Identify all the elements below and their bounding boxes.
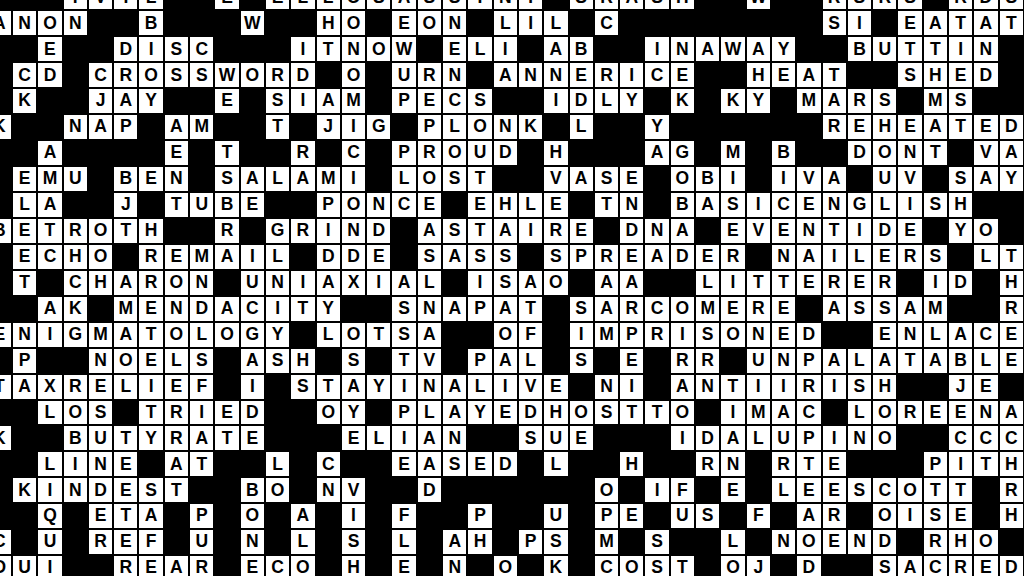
letter-cell[interactable]: J	[316, 114, 341, 140]
letter-cell[interactable]: I	[771, 374, 796, 400]
letter-cell[interactable]: O	[493, 555, 518, 576]
letter-cell[interactable]: A	[822, 296, 847, 322]
letter-cell[interactable]: Y	[366, 374, 391, 400]
letter-cell[interactable]: S	[164, 62, 189, 88]
letter-cell[interactable]: M	[746, 400, 771, 426]
letter-cell[interactable]: C	[391, 192, 416, 218]
letter-cell[interactable]: R	[417, 140, 442, 166]
letter-cell[interactable]: S	[341, 529, 366, 555]
letter-cell[interactable]: I	[138, 36, 163, 62]
letter-cell[interactable]: I	[746, 192, 771, 218]
letter-cell[interactable]: B	[214, 192, 239, 218]
letter-cell[interactable]: I	[493, 374, 518, 400]
letter-cell[interactable]: T	[796, 451, 821, 477]
letter-cell[interactable]: C	[594, 555, 619, 576]
letter-cell[interactable]: S	[88, 400, 113, 426]
letter-cell[interactable]: E	[417, 192, 442, 218]
letter-cell[interactable]: L	[164, 348, 189, 374]
letter-cell[interactable]: T	[37, 218, 62, 244]
letter-cell[interactable]: L	[847, 400, 872, 426]
letter-cell[interactable]: I	[290, 36, 315, 62]
letter-cell[interactable]: E	[948, 503, 973, 529]
letter-cell[interactable]: E	[771, 62, 796, 88]
letter-cell[interactable]: L	[973, 244, 998, 270]
letter-cell[interactable]: H	[923, 62, 948, 88]
letter-cell[interactable]: A	[316, 88, 341, 114]
letter-cell[interactable]: P	[569, 244, 594, 270]
letter-cell[interactable]: F	[138, 529, 163, 555]
letter-cell[interactable]: O	[619, 555, 644, 576]
letter-cell[interactable]: R	[771, 451, 796, 477]
letter-cell[interactable]: G	[265, 218, 290, 244]
letter-cell[interactable]: R	[290, 140, 315, 166]
letter-cell[interactable]: E	[973, 555, 998, 576]
letter-cell[interactable]: T	[822, 62, 847, 88]
letter-cell[interactable]: S	[189, 348, 214, 374]
letter-cell[interactable]: E	[164, 140, 189, 166]
letter-cell[interactable]: O	[897, 477, 922, 503]
letter-cell[interactable]: D	[417, 477, 442, 503]
letter-cell[interactable]: M	[37, 166, 62, 192]
letter-cell[interactable]: R	[644, 322, 669, 348]
letter-cell[interactable]: A	[973, 10, 998, 36]
letter-cell[interactable]: T	[746, 270, 771, 296]
letter-cell[interactable]: A	[417, 322, 442, 348]
letter-cell[interactable]: R	[720, 244, 745, 270]
letter-cell[interactable]: I	[822, 374, 847, 400]
letter-cell[interactable]: O	[164, 322, 189, 348]
letter-cell[interactable]: T	[771, 270, 796, 296]
letter-cell[interactable]: D	[113, 36, 138, 62]
letter-cell[interactable]: O	[872, 140, 897, 166]
letter-cell[interactable]: E	[822, 451, 847, 477]
letter-cell[interactable]: S	[467, 88, 492, 114]
letter-cell[interactable]: A	[12, 374, 37, 400]
letter-cell[interactable]: E	[391, 10, 416, 36]
letter-cell[interactable]: C	[644, 296, 669, 322]
letter-cell[interactable]: O	[88, 244, 113, 270]
letter-cell[interactable]: I	[720, 400, 745, 426]
letter-cell[interactable]: P	[923, 451, 948, 477]
letter-cell[interactable]: D	[341, 244, 366, 270]
letter-cell[interactable]: I	[847, 10, 872, 36]
letter-cell[interactable]: H	[543, 400, 568, 426]
letter-cell[interactable]: H	[316, 10, 341, 36]
letter-cell[interactable]: C	[999, 425, 1024, 451]
letter-cell[interactable]: E	[391, 451, 416, 477]
letter-cell[interactable]: E	[138, 348, 163, 374]
letter-cell[interactable]: E	[619, 348, 644, 374]
letter-cell[interactable]: I	[897, 192, 922, 218]
letter-cell[interactable]: S	[543, 244, 568, 270]
letter-cell[interactable]: R	[214, 218, 239, 244]
letter-cell[interactable]: S	[467, 244, 492, 270]
letter-cell[interactable]: F	[746, 503, 771, 529]
letter-cell[interactable]: A	[391, 0, 416, 10]
letter-cell[interactable]: O	[872, 425, 897, 451]
letter-cell[interactable]: V	[746, 218, 771, 244]
letter-cell[interactable]: A	[594, 296, 619, 322]
letter-cell[interactable]: M	[594, 322, 619, 348]
letter-cell[interactable]: A	[442, 529, 467, 555]
letter-cell[interactable]: V	[973, 140, 998, 166]
letter-cell[interactable]: O	[240, 62, 265, 88]
letter-cell[interactable]: L	[467, 36, 492, 62]
letter-cell[interactable]: S	[847, 477, 872, 503]
letter-cell[interactable]: V	[417, 348, 442, 374]
letter-cell[interactable]: L	[290, 0, 315, 10]
letter-cell[interactable]: D	[316, 244, 341, 270]
letter-cell[interactable]: O	[113, 348, 138, 374]
letter-cell[interactable]: A	[619, 270, 644, 296]
letter-cell[interactable]: I	[467, 0, 492, 10]
letter-cell[interactable]: I	[240, 244, 265, 270]
letter-cell[interactable]: D	[796, 322, 821, 348]
letter-cell[interactable]: R	[872, 0, 897, 10]
letter-cell[interactable]: O	[341, 322, 366, 348]
letter-cell[interactable]: E	[214, 88, 239, 114]
letter-cell[interactable]: Y	[316, 296, 341, 322]
letter-cell[interactable]: R	[822, 0, 847, 10]
letter-cell[interactable]: A	[644, 140, 669, 166]
letter-cell[interactable]: E	[948, 62, 973, 88]
letter-cell[interactable]: S	[847, 296, 872, 322]
letter-cell[interactable]: I	[63, 0, 88, 10]
letter-cell[interactable]: T	[973, 451, 998, 477]
letter-cell[interactable]: E	[164, 244, 189, 270]
letter-cell[interactable]: D	[999, 555, 1024, 576]
letter-cell[interactable]: T	[189, 451, 214, 477]
letter-cell[interactable]: R	[290, 218, 315, 244]
letter-cell[interactable]: A	[37, 296, 62, 322]
letter-cell[interactable]: E	[467, 451, 492, 477]
letter-cell[interactable]: S	[341, 348, 366, 374]
letter-cell[interactable]: E	[164, 374, 189, 400]
letter-cell[interactable]: K	[63, 296, 88, 322]
letter-cell[interactable]: A	[695, 36, 720, 62]
letter-cell[interactable]: N	[973, 36, 998, 62]
letter-cell[interactable]: R	[138, 244, 163, 270]
letter-cell[interactable]: N	[12, 322, 37, 348]
letter-cell[interactable]: A	[164, 451, 189, 477]
letter-cell[interactable]: T	[265, 114, 290, 140]
letter-cell[interactable]: A	[189, 425, 214, 451]
letter-cell[interactable]: U	[467, 140, 492, 166]
letter-cell[interactable]: Y	[746, 88, 771, 114]
letter-cell[interactable]: I	[518, 10, 543, 36]
letter-cell[interactable]: Q	[37, 503, 62, 529]
letter-cell[interactable]: N	[644, 218, 669, 244]
letter-cell[interactable]: D	[999, 114, 1024, 140]
letter-cell[interactable]: K	[543, 555, 568, 576]
letter-cell[interactable]: I	[771, 166, 796, 192]
letter-cell[interactable]: D	[88, 477, 113, 503]
letter-cell[interactable]: O	[366, 36, 391, 62]
letter-cell[interactable]: W	[391, 36, 416, 62]
letter-cell[interactable]: E	[138, 555, 163, 576]
letter-cell[interactable]: P	[12, 348, 37, 374]
letter-cell[interactable]: R	[594, 62, 619, 88]
letter-cell[interactable]: A	[290, 166, 315, 192]
letter-cell[interactable]: N	[771, 348, 796, 374]
letter-cell[interactable]: I	[746, 374, 771, 400]
letter-cell[interactable]: K	[0, 425, 12, 451]
letter-cell[interactable]: C	[644, 62, 669, 88]
letter-cell[interactable]: T	[391, 348, 416, 374]
letter-cell[interactable]: E	[796, 192, 821, 218]
letter-cell[interactable]: O	[973, 218, 998, 244]
letter-cell[interactable]: W	[720, 36, 745, 62]
letter-cell[interactable]: T	[164, 192, 189, 218]
letter-cell[interactable]: I	[670, 322, 695, 348]
letter-cell[interactable]: S	[442, 218, 467, 244]
letter-cell[interactable]: I	[63, 451, 88, 477]
letter-cell[interactable]: E	[771, 322, 796, 348]
letter-cell[interactable]: Y	[265, 322, 290, 348]
letter-cell[interactable]: A	[442, 296, 467, 322]
letter-cell[interactable]: K	[670, 88, 695, 114]
letter-cell[interactable]: O	[164, 270, 189, 296]
letter-cell[interactable]: O	[670, 296, 695, 322]
letter-cell[interactable]: R	[164, 425, 189, 451]
letter-cell[interactable]: L	[12, 192, 37, 218]
letter-cell[interactable]: T	[923, 140, 948, 166]
letter-cell[interactable]: X	[37, 374, 62, 400]
letter-cell[interactable]: T	[316, 374, 341, 400]
letter-cell[interactable]: H	[999, 451, 1024, 477]
letter-cell[interactable]: A	[37, 140, 62, 166]
letter-cell[interactable]: D	[290, 62, 315, 88]
letter-cell[interactable]: S	[265, 348, 290, 374]
letter-cell[interactable]: E	[973, 374, 998, 400]
letter-cell[interactable]: T	[720, 374, 745, 400]
letter-cell[interactable]: A	[999, 140, 1024, 166]
letter-cell[interactable]: O	[341, 192, 366, 218]
letter-cell[interactable]: S	[493, 244, 518, 270]
letter-cell[interactable]: U	[543, 425, 568, 451]
letter-cell[interactable]: S	[442, 166, 467, 192]
letter-cell[interactable]: N	[897, 140, 922, 166]
letter-cell[interactable]: S	[644, 555, 669, 576]
letter-cell[interactable]: I	[290, 270, 315, 296]
letter-cell[interactable]: O	[467, 114, 492, 140]
letter-cell[interactable]: I	[290, 88, 315, 114]
letter-cell[interactable]: E	[619, 166, 644, 192]
letter-cell[interactable]: A	[670, 218, 695, 244]
letter-cell[interactable]: O	[214, 322, 239, 348]
letter-cell[interactable]: S	[847, 374, 872, 400]
letter-cell[interactable]: I	[619, 62, 644, 88]
letter-cell[interactable]: P	[391, 140, 416, 166]
letter-cell[interactable]: D	[619, 218, 644, 244]
letter-cell[interactable]: D	[872, 529, 897, 555]
letter-cell[interactable]: S	[164, 36, 189, 62]
letter-cell[interactable]: E	[113, 529, 138, 555]
letter-cell[interactable]: Y	[467, 400, 492, 426]
letter-cell[interactable]: T	[290, 296, 315, 322]
letter-cell[interactable]: H	[290, 348, 315, 374]
letter-cell[interactable]: L	[138, 0, 163, 10]
letter-cell[interactable]: W	[240, 10, 265, 36]
letter-cell[interactable]: N	[771, 244, 796, 270]
letter-cell[interactable]: H	[88, 270, 113, 296]
letter-cell[interactable]: Y	[948, 218, 973, 244]
letter-cell[interactable]: D	[493, 140, 518, 166]
letter-cell[interactable]: C	[973, 322, 998, 348]
letter-cell[interactable]: I	[341, 114, 366, 140]
letter-cell[interactable]: E	[138, 296, 163, 322]
letter-cell[interactable]: I	[822, 425, 847, 451]
letter-cell[interactable]: O	[37, 10, 62, 36]
letter-cell[interactable]: H	[543, 140, 568, 166]
letter-cell[interactable]: S	[822, 10, 847, 36]
letter-cell[interactable]: D	[973, 0, 998, 10]
letter-cell[interactable]: H	[467, 529, 492, 555]
letter-cell[interactable]: E	[543, 374, 568, 400]
letter-cell[interactable]: A	[113, 88, 138, 114]
letter-cell[interactable]: C	[265, 555, 290, 576]
letter-cell[interactable]: F	[189, 374, 214, 400]
letter-cell[interactable]: E	[12, 244, 37, 270]
letter-cell[interactable]: H	[493, 192, 518, 218]
letter-cell[interactable]: A	[214, 244, 239, 270]
letter-cell[interactable]: N	[493, 0, 518, 10]
letter-cell[interactable]: L	[265, 451, 290, 477]
letter-cell[interactable]: C	[771, 192, 796, 218]
letter-cell[interactable]: I	[518, 218, 543, 244]
letter-cell[interactable]: E	[720, 477, 745, 503]
letter-cell[interactable]: R	[948, 555, 973, 576]
letter-cell[interactable]: E	[796, 270, 821, 296]
letter-cell[interactable]: H	[872, 374, 897, 400]
letter-cell[interactable]: A	[518, 270, 543, 296]
letter-cell[interactable]: C	[872, 477, 897, 503]
letter-cell[interactable]: L	[316, 0, 341, 10]
letter-cell[interactable]: N	[164, 296, 189, 322]
letter-cell[interactable]: A	[569, 166, 594, 192]
letter-cell[interactable]: C	[973, 425, 998, 451]
letter-cell[interactable]: N	[341, 36, 366, 62]
letter-cell[interactable]: C	[923, 555, 948, 576]
letter-cell[interactable]: N	[847, 529, 872, 555]
letter-cell[interactable]: O	[569, 400, 594, 426]
letter-cell[interactable]: J	[746, 555, 771, 576]
letter-cell[interactable]: M	[594, 529, 619, 555]
letter-cell[interactable]: N	[417, 374, 442, 400]
letter-cell[interactable]: L	[265, 166, 290, 192]
letter-cell[interactable]: L	[518, 192, 543, 218]
letter-cell[interactable]: C	[796, 400, 821, 426]
letter-cell[interactable]: C	[88, 62, 113, 88]
letter-cell[interactable]: N	[847, 425, 872, 451]
letter-cell[interactable]: T	[897, 36, 922, 62]
letter-cell[interactable]: A	[822, 166, 847, 192]
letter-cell[interactable]: A	[822, 348, 847, 374]
letter-cell[interactable]: A	[973, 166, 998, 192]
letter-cell[interactable]: O	[290, 555, 315, 576]
letter-cell[interactable]: L	[113, 374, 138, 400]
letter-cell[interactable]: T	[214, 425, 239, 451]
letter-cell[interactable]: A	[113, 270, 138, 296]
letter-cell[interactable]: E	[999, 322, 1024, 348]
letter-cell[interactable]: Y	[999, 166, 1024, 192]
letter-cell[interactable]: S	[872, 296, 897, 322]
letter-cell[interactable]: L	[316, 322, 341, 348]
letter-cell[interactable]: L	[872, 192, 897, 218]
letter-cell[interactable]: N	[771, 529, 796, 555]
letter-cell[interactable]: T	[948, 10, 973, 36]
letter-cell[interactable]: S	[569, 296, 594, 322]
letter-cell[interactable]: P	[796, 348, 821, 374]
letter-cell[interactable]: Y	[518, 0, 543, 10]
letter-cell[interactable]: A	[164, 114, 189, 140]
letter-cell[interactable]: L	[847, 244, 872, 270]
letter-cell[interactable]: N	[518, 62, 543, 88]
letter-cell[interactable]: U	[746, 348, 771, 374]
letter-cell[interactable]: B	[240, 477, 265, 503]
letter-cell[interactable]: S	[948, 88, 973, 114]
letter-cell[interactable]: R	[746, 296, 771, 322]
letter-cell[interactable]: S	[417, 244, 442, 270]
letter-cell[interactable]: S	[923, 192, 948, 218]
letter-cell[interactable]: M	[189, 244, 214, 270]
letter-cell[interactable]: O	[442, 140, 467, 166]
letter-cell[interactable]: C	[240, 296, 265, 322]
letter-cell[interactable]: S	[644, 0, 669, 10]
letter-cell[interactable]: E	[847, 270, 872, 296]
letter-cell[interactable]: C	[37, 244, 62, 270]
letter-cell[interactable]: E	[771, 218, 796, 244]
letter-cell[interactable]: T	[214, 140, 239, 166]
letter-cell[interactable]: A	[417, 218, 442, 244]
letter-cell[interactable]: U	[189, 192, 214, 218]
letter-cell[interactable]: S	[923, 244, 948, 270]
letter-cell[interactable]: E	[12, 218, 37, 244]
letter-cell[interactable]: O	[796, 529, 821, 555]
letter-cell[interactable]: R	[948, 0, 973, 10]
letter-cell[interactable]: S	[999, 0, 1024, 10]
letter-cell[interactable]: N	[493, 114, 518, 140]
letter-cell[interactable]: P	[594, 503, 619, 529]
letter-cell[interactable]: O	[341, 62, 366, 88]
letter-cell[interactable]: Y	[619, 88, 644, 114]
letter-cell[interactable]: O	[316, 400, 341, 426]
letter-cell[interactable]: I	[569, 322, 594, 348]
letter-cell[interactable]: L	[290, 529, 315, 555]
letter-cell[interactable]: I	[467, 270, 492, 296]
letter-cell[interactable]: G	[670, 140, 695, 166]
letter-cell[interactable]: R	[594, 244, 619, 270]
letter-cell[interactable]: A	[897, 555, 922, 576]
letter-cell[interactable]: T	[316, 36, 341, 62]
letter-cell[interactable]: A	[341, 374, 366, 400]
letter-cell[interactable]: C	[0, 529, 12, 555]
letter-cell[interactable]: N	[442, 10, 467, 36]
letter-cell[interactable]: A	[138, 503, 163, 529]
letter-cell[interactable]: H	[138, 218, 163, 244]
letter-cell[interactable]: I	[316, 218, 341, 244]
letter-cell[interactable]: B	[63, 425, 88, 451]
letter-cell[interactable]: P	[467, 503, 492, 529]
letter-cell[interactable]: L	[569, 114, 594, 140]
letter-cell[interactable]: E	[240, 425, 265, 451]
letter-cell[interactable]: O	[88, 218, 113, 244]
letter-cell[interactable]: I	[265, 296, 290, 322]
letter-cell[interactable]: A	[88, 114, 113, 140]
letter-cell[interactable]: Y	[138, 88, 163, 114]
letter-cell[interactable]: S	[290, 374, 315, 400]
letter-cell[interactable]: U	[391, 62, 416, 88]
